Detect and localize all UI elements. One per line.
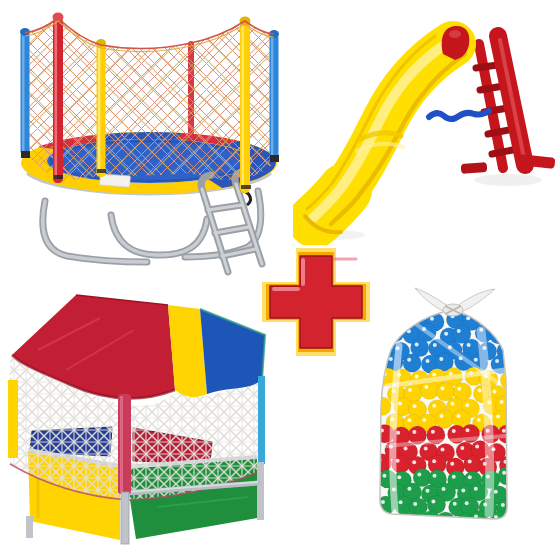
product-ball-pit [8,292,270,554]
post-left-yellow [8,380,18,458]
post-right-cyan [258,376,265,464]
trampoline-image [5,5,280,280]
handle-highlight [449,30,461,38]
product-collage [0,0,560,560]
plus-icon [258,244,374,360]
bag-twist [415,288,495,316]
product-ball-bag [365,286,525,538]
post-left-silver [26,516,33,538]
post-center-pink [118,394,131,494]
product-trampoline [5,5,280,280]
ladder-foot-left [461,162,488,174]
post-center-highlight [120,396,123,492]
plus-body [270,256,362,348]
slide-ladder [476,36,525,168]
post-right-silver [257,462,264,520]
ball-pit-image [8,292,270,554]
slide-crossbar [429,111,489,119]
slide-chute [305,36,465,232]
slide-image [293,20,555,245]
plus-separator [258,244,374,360]
ball-bag-image [365,286,525,538]
slide-shadow [474,174,542,186]
product-slide [293,20,555,245]
post-center-silver [121,492,129,544]
